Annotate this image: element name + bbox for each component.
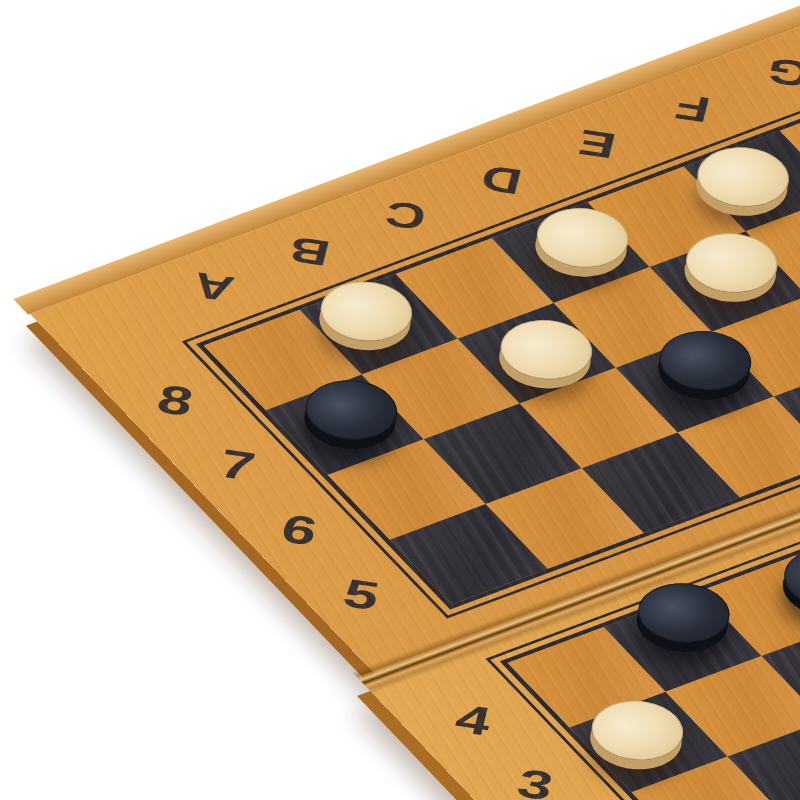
checkers-board: ABCDEFGH 8765 4321	[30, 0, 800, 800]
file-label-text: F	[671, 86, 714, 131]
file-label-text: C	[380, 193, 429, 238]
rank-label-text: 8	[153, 375, 198, 425]
file-label-text: E	[574, 121, 620, 166]
rank-label-text: 3	[513, 759, 558, 800]
file-label-text: B	[284, 228, 333, 273]
file-label-text: D	[476, 157, 525, 202]
file-label-text: G	[763, 49, 800, 95]
rank-label-text: 4	[451, 695, 496, 745]
file-label-text: A	[188, 264, 237, 309]
rank-label-text: 7	[215, 440, 260, 490]
rank-label-text: 5	[339, 570, 384, 620]
rank-label-text: 6	[277, 505, 322, 555]
photo-stage: ABCDEFGH 8765 4321	[0, 0, 800, 800]
